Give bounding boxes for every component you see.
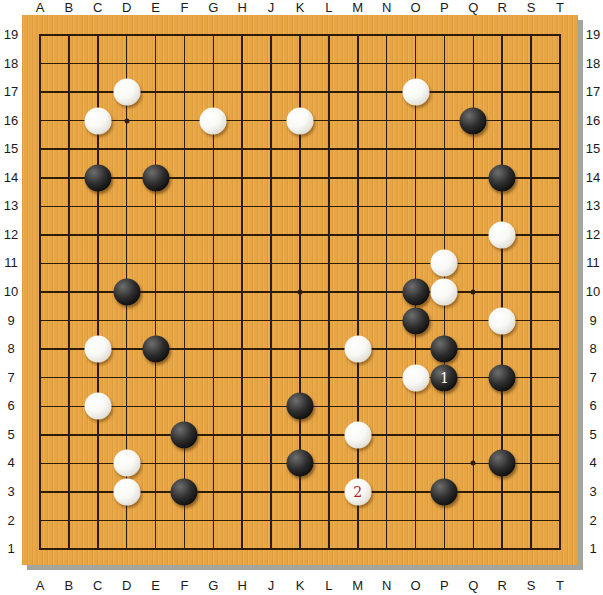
row-label-left-2: 2	[1, 514, 21, 528]
black-stone-P8[interactable]	[431, 336, 458, 363]
col-label-top-K: K	[296, 0, 305, 15]
col-label-bottom-D: D	[122, 578, 131, 593]
col-label-top-N: N	[382, 0, 391, 15]
black-stone-R7[interactable]	[489, 364, 516, 391]
black-stone-F5[interactable]	[171, 421, 198, 448]
col-label-bottom-J: J	[268, 578, 275, 593]
row-label-left-10: 10	[1, 285, 21, 299]
star-point	[471, 290, 476, 295]
black-stone-Q16[interactable]	[460, 107, 487, 134]
col-label-bottom-P: P	[440, 578, 449, 593]
col-label-bottom-M: M	[352, 578, 363, 593]
white-stone-M5[interactable]	[344, 421, 371, 448]
row-label-right-16: 16	[583, 114, 603, 128]
white-stone-R9[interactable]	[489, 307, 516, 334]
col-label-bottom-O: O	[411, 578, 421, 593]
move-number-label: 1	[440, 371, 449, 385]
row-label-right-4: 4	[583, 456, 603, 470]
row-label-left-14: 14	[1, 171, 21, 185]
row-label-right-1: 1	[583, 542, 603, 556]
white-stone-C16[interactable]	[84, 107, 111, 134]
star-point	[124, 118, 129, 123]
white-stone-C8[interactable]	[84, 336, 111, 363]
grid-line-horizontal	[39, 320, 561, 322]
star-point	[471, 461, 476, 466]
col-label-top-O: O	[411, 0, 421, 15]
black-stone-R4[interactable]	[489, 450, 516, 477]
col-label-bottom-L: L	[325, 578, 332, 593]
go-board[interactable]: 12	[22, 15, 578, 565]
white-stone-D3[interactable]	[113, 478, 140, 505]
col-label-bottom-B: B	[65, 578, 74, 593]
col-label-bottom-H: H	[238, 578, 247, 593]
col-label-bottom-K: K	[296, 578, 305, 593]
white-stone-G16[interactable]	[200, 107, 227, 134]
black-stone-K6[interactable]	[287, 393, 314, 420]
row-label-right-5: 5	[583, 428, 603, 442]
col-label-bottom-R: R	[498, 578, 507, 593]
black-stone-O9[interactable]	[402, 307, 429, 334]
row-label-right-9: 9	[583, 314, 603, 328]
white-stone-P11[interactable]	[431, 250, 458, 277]
col-label-bottom-G: G	[208, 578, 218, 593]
row-label-left-5: 5	[1, 428, 21, 442]
col-label-top-F: F	[180, 0, 188, 15]
grid-line-vertical	[357, 34, 359, 550]
star-point	[298, 290, 303, 295]
grid-line-horizontal	[39, 348, 561, 350]
col-label-bottom-C: C	[93, 578, 102, 593]
row-label-right-8: 8	[583, 342, 603, 356]
grid-line-horizontal	[39, 520, 561, 522]
row-label-left-6: 6	[1, 399, 21, 413]
col-label-top-D: D	[122, 0, 131, 15]
white-stone-D4[interactable]	[113, 450, 140, 477]
col-label-top-H: H	[238, 0, 247, 15]
col-label-top-Q: Q	[468, 0, 478, 15]
white-stone-D17[interactable]	[113, 79, 140, 106]
go-diagram: 12 AABBCCDDEEFFGGHHJJKKLLMMNNOOPPQQRRSST…	[0, 0, 603, 595]
black-stone-E14[interactable]	[142, 164, 169, 191]
black-stone-F3[interactable]	[171, 478, 198, 505]
row-label-left-8: 8	[1, 342, 21, 356]
row-label-left-13: 13	[1, 199, 21, 213]
row-label-left-19: 19	[1, 28, 21, 42]
grid-line-horizontal	[39, 548, 561, 550]
grid-line-vertical	[530, 34, 532, 550]
white-stone-P10[interactable]	[431, 279, 458, 306]
white-stone-M8[interactable]	[344, 336, 371, 363]
row-label-right-12: 12	[583, 228, 603, 242]
col-label-top-L: L	[325, 0, 332, 15]
col-label-top-T: T	[556, 0, 564, 15]
white-stone-M3[interactable]: 2	[344, 478, 371, 505]
col-label-top-E: E	[151, 0, 160, 15]
row-label-left-1: 1	[1, 542, 21, 556]
col-label-bottom-A: A	[36, 578, 45, 593]
row-label-left-18: 18	[1, 57, 21, 71]
grid-line-vertical	[328, 34, 330, 550]
col-label-bottom-E: E	[151, 578, 160, 593]
col-label-top-A: A	[36, 0, 45, 15]
row-label-right-2: 2	[583, 514, 603, 528]
row-label-right-6: 6	[583, 399, 603, 413]
row-label-left-11: 11	[1, 256, 21, 270]
black-stone-E8[interactable]	[142, 336, 169, 363]
white-stone-K16[interactable]	[287, 107, 314, 134]
col-label-top-R: R	[498, 0, 507, 15]
row-label-right-3: 3	[583, 485, 603, 499]
col-label-top-S: S	[527, 0, 536, 15]
row-label-right-13: 13	[583, 199, 603, 213]
col-label-bottom-S: S	[527, 578, 536, 593]
col-label-top-C: C	[93, 0, 102, 15]
row-label-left-12: 12	[1, 228, 21, 242]
black-stone-O10[interactable]	[402, 279, 429, 306]
row-label-left-15: 15	[1, 142, 21, 156]
col-label-top-M: M	[352, 0, 363, 15]
row-label-right-7: 7	[583, 371, 603, 385]
col-label-bottom-T: T	[556, 578, 564, 593]
black-stone-K4[interactable]	[287, 450, 314, 477]
move-number-label: 2	[353, 485, 362, 499]
row-label-right-19: 19	[583, 28, 603, 42]
black-stone-P7[interactable]: 1	[431, 364, 458, 391]
col-label-bottom-Q: Q	[468, 578, 478, 593]
col-label-top-P: P	[440, 0, 449, 15]
black-stone-P3[interactable]	[431, 478, 458, 505]
grid-line-horizontal	[39, 377, 561, 379]
row-label-right-18: 18	[583, 57, 603, 71]
row-label-right-15: 15	[583, 142, 603, 156]
white-stone-O17[interactable]	[402, 79, 429, 106]
row-label-left-7: 7	[1, 371, 21, 385]
row-label-right-14: 14	[583, 171, 603, 185]
row-label-left-4: 4	[1, 456, 21, 470]
col-label-top-G: G	[208, 0, 218, 15]
white-stone-O7[interactable]	[402, 364, 429, 391]
row-label-right-11: 11	[583, 256, 603, 270]
row-label-left-9: 9	[1, 314, 21, 328]
black-stone-D10[interactable]	[113, 279, 140, 306]
col-label-bottom-N: N	[382, 578, 391, 593]
row-label-right-17: 17	[583, 85, 603, 99]
col-label-bottom-F: F	[180, 578, 188, 593]
row-label-left-3: 3	[1, 485, 21, 499]
col-label-top-J: J	[268, 0, 275, 15]
row-label-left-16: 16	[1, 114, 21, 128]
black-stone-R14[interactable]	[489, 164, 516, 191]
black-stone-C14[interactable]	[84, 164, 111, 191]
row-label-left-17: 17	[1, 85, 21, 99]
white-stone-C6[interactable]	[84, 393, 111, 420]
col-label-top-B: B	[65, 0, 74, 15]
grid-line-vertical	[559, 34, 561, 550]
grid-line-horizontal	[39, 434, 561, 436]
white-stone-R12[interactable]	[489, 221, 516, 248]
row-label-right-10: 10	[583, 285, 603, 299]
grid-line-vertical	[386, 34, 388, 550]
